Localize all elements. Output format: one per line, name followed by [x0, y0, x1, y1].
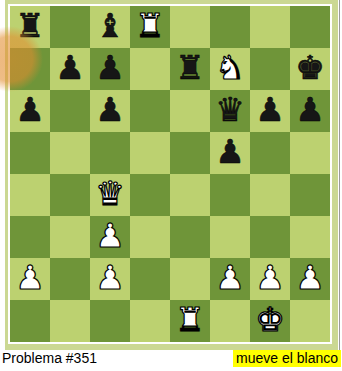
square-g2[interactable]: ♟ [250, 258, 290, 300]
square-e2[interactable] [170, 258, 210, 300]
square-f4[interactable] [210, 174, 250, 216]
square-h1[interactable] [290, 300, 330, 342]
square-a2[interactable]: ♟ [10, 258, 50, 300]
square-f2[interactable]: ♟ [210, 258, 250, 300]
piece-white-pawn[interactable]: ♟ [215, 257, 245, 299]
piece-black-pawn[interactable]: ♟ [95, 47, 125, 89]
turn-indicator-label: mueve el blanco [233, 350, 341, 367]
square-d3[interactable] [130, 216, 170, 258]
square-b1[interactable] [50, 300, 90, 342]
piece-white-rook[interactable]: ♜ [135, 5, 165, 47]
square-c8[interactable]: ♝ [90, 6, 130, 48]
square-g3[interactable] [250, 216, 290, 258]
square-a4[interactable] [10, 174, 50, 216]
square-h4[interactable] [290, 174, 330, 216]
square-c1[interactable] [90, 300, 130, 342]
square-f5[interactable]: ♟ [210, 132, 250, 174]
square-e4[interactable] [170, 174, 210, 216]
square-c6[interactable]: ♟ [90, 90, 130, 132]
square-e1[interactable]: ♜ [170, 300, 210, 342]
square-f1[interactable] [210, 300, 250, 342]
square-d7[interactable] [130, 48, 170, 90]
window-edge-line [339, 0, 340, 364]
square-d1[interactable] [130, 300, 170, 342]
square-b6[interactable] [50, 90, 90, 132]
square-f7[interactable]: ♞ [210, 48, 250, 90]
square-h3[interactable] [290, 216, 330, 258]
square-e5[interactable] [170, 132, 210, 174]
square-a5[interactable] [10, 132, 50, 174]
piece-black-rook[interactable]: ♜ [15, 5, 45, 47]
chess-board: ♜♝♜♟♟♜♞♚♟♟♛♟♟♟♛♟♟♟♟♟♟♜♚ [10, 6, 330, 342]
square-g6[interactable]: ♟ [250, 90, 290, 132]
square-a8[interactable]: ♜ [10, 6, 50, 48]
square-b5[interactable] [50, 132, 90, 174]
piece-black-bishop[interactable]: ♝ [95, 5, 125, 47]
square-a7[interactable] [10, 48, 50, 90]
square-g5[interactable] [250, 132, 290, 174]
caption-row: Problema #351 mueve el blanco [0, 350, 341, 367]
square-h2[interactable]: ♟ [290, 258, 330, 300]
square-a6[interactable]: ♟ [10, 90, 50, 132]
square-c2[interactable]: ♟ [90, 258, 130, 300]
square-a3[interactable] [10, 216, 50, 258]
square-a1[interactable] [10, 300, 50, 342]
piece-black-king[interactable]: ♚ [295, 47, 325, 89]
square-g8[interactable] [250, 6, 290, 48]
square-f8[interactable] [210, 6, 250, 48]
square-g4[interactable] [250, 174, 290, 216]
piece-white-pawn[interactable]: ♟ [255, 257, 285, 299]
square-d5[interactable] [130, 132, 170, 174]
piece-white-pawn[interactable]: ♟ [295, 257, 325, 299]
square-f3[interactable] [210, 216, 250, 258]
piece-white-knight[interactable]: ♞ [215, 47, 245, 89]
square-g1[interactable]: ♚ [250, 300, 290, 342]
square-b3[interactable] [50, 216, 90, 258]
square-f6[interactable]: ♛ [210, 90, 250, 132]
piece-black-pawn[interactable]: ♟ [15, 89, 45, 131]
square-e3[interactable] [170, 216, 210, 258]
square-d2[interactable] [130, 258, 170, 300]
square-h6[interactable]: ♟ [290, 90, 330, 132]
piece-white-rook[interactable]: ♜ [175, 299, 205, 341]
piece-white-king[interactable]: ♚ [255, 299, 285, 341]
square-b8[interactable] [50, 6, 90, 48]
square-c5[interactable] [90, 132, 130, 174]
square-e8[interactable] [170, 6, 210, 48]
square-b2[interactable] [50, 258, 90, 300]
square-d6[interactable] [130, 90, 170, 132]
piece-white-queen[interactable]: ♛ [95, 173, 125, 215]
square-d8[interactable]: ♜ [130, 6, 170, 48]
square-b4[interactable] [50, 174, 90, 216]
chess-problem-page: ♜♝♜♟♟♜♞♚♟♟♛♟♟♟♛♟♟♟♟♟♟♜♚ Problema #351 mu… [0, 0, 342, 371]
piece-white-pawn[interactable]: ♟ [95, 257, 125, 299]
problem-number-label: Problema #351 [0, 350, 97, 366]
square-c3[interactable]: ♟ [90, 216, 130, 258]
piece-black-pawn[interactable]: ♟ [255, 89, 285, 131]
square-h5[interactable] [290, 132, 330, 174]
square-g7[interactable] [250, 48, 290, 90]
piece-black-queen[interactable]: ♛ [215, 89, 245, 131]
piece-white-pawn[interactable]: ♟ [95, 215, 125, 257]
square-e7[interactable]: ♜ [170, 48, 210, 90]
square-h8[interactable] [290, 6, 330, 48]
square-e6[interactable] [170, 90, 210, 132]
piece-black-pawn[interactable]: ♟ [295, 89, 325, 131]
piece-black-rook[interactable]: ♜ [175, 47, 205, 89]
square-c7[interactable]: ♟ [90, 48, 130, 90]
square-d4[interactable] [130, 174, 170, 216]
piece-black-pawn[interactable]: ♟ [55, 47, 85, 89]
piece-black-pawn[interactable]: ♟ [95, 89, 125, 131]
square-b7[interactable]: ♟ [50, 48, 90, 90]
piece-white-pawn[interactable]: ♟ [15, 257, 45, 299]
piece-black-pawn[interactable]: ♟ [215, 131, 245, 173]
square-c4[interactable]: ♛ [90, 174, 130, 216]
square-h7[interactable]: ♚ [290, 48, 330, 90]
